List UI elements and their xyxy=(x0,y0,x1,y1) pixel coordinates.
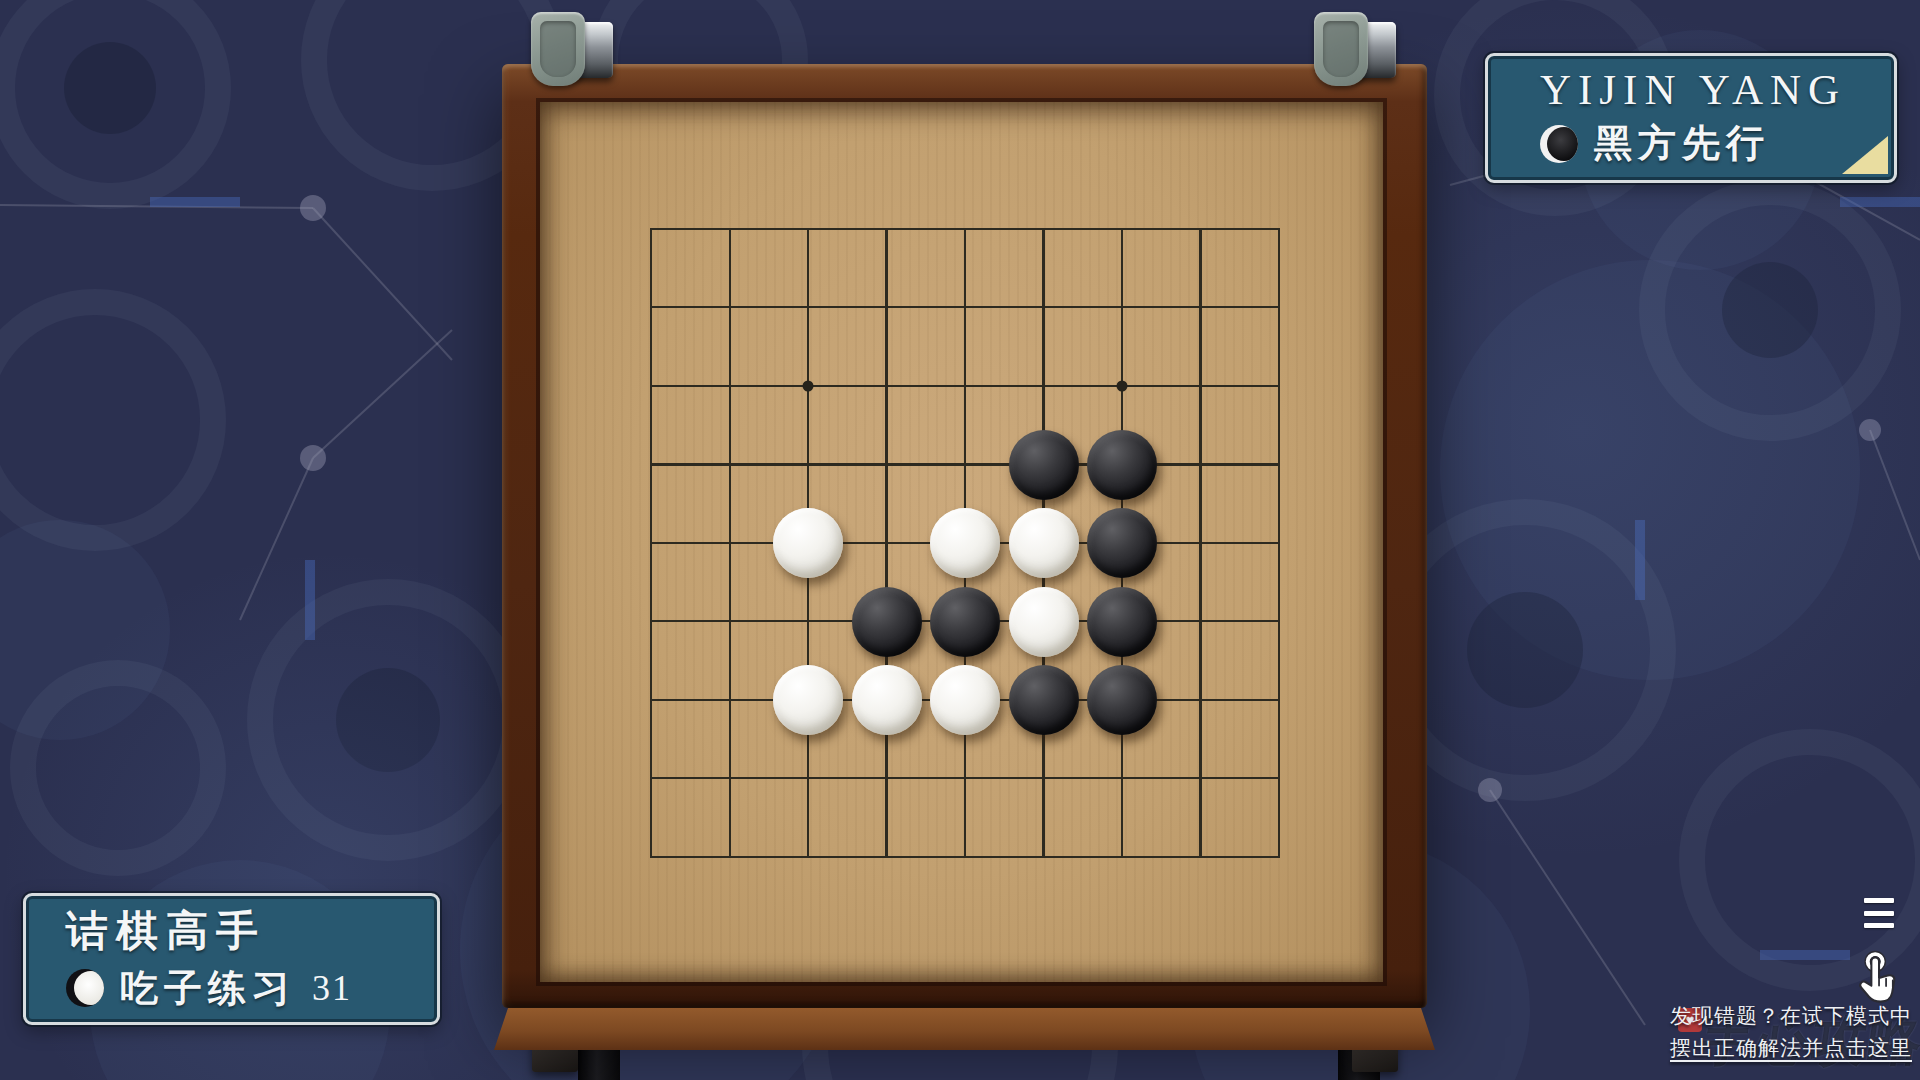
clip-flap xyxy=(1314,12,1368,86)
white-stone xyxy=(773,665,843,735)
black-stone xyxy=(1087,587,1157,657)
black-stone xyxy=(930,587,1000,657)
hamburger-icon xyxy=(1864,923,1894,928)
puzzle-panel: 诘棋高手 吃子练习 31 xyxy=(23,893,440,1025)
clip-flap-groove xyxy=(540,21,576,77)
white-stone xyxy=(930,665,1000,735)
star-point xyxy=(803,381,814,392)
white-stone xyxy=(773,508,843,578)
metal-clip-right xyxy=(1314,8,1398,88)
black-stone xyxy=(1087,508,1157,578)
black-stone xyxy=(1087,430,1157,500)
clip-flap-groove xyxy=(1323,21,1359,77)
black-stone-icon xyxy=(1540,125,1578,163)
player-panel: YIJIN YANG 黑方先行 xyxy=(1485,53,1897,183)
goban-grid[interactable] xyxy=(650,228,1280,858)
player-name: YIJIN YANG xyxy=(1540,65,1874,114)
white-stone xyxy=(1009,587,1079,657)
menu-button[interactable] xyxy=(1860,896,1898,930)
footer-hint-link[interactable]: 摆出正确解法并点击这里 xyxy=(1670,1032,1912,1064)
exercise-label: 吃子练习 xyxy=(120,963,296,1014)
hamburger-icon xyxy=(1864,898,1894,903)
white-stone-icon xyxy=(66,969,104,1007)
white-stone xyxy=(852,665,922,735)
black-stone xyxy=(1009,430,1079,500)
white-stone xyxy=(1009,508,1079,578)
black-stone xyxy=(1087,665,1157,735)
app-stage: YIJIN YANG 黑方先行 诘棋高手 吃子练习 31 手心攻略 ♥ 发现错题… xyxy=(0,0,1920,1080)
metal-clip-left xyxy=(531,8,615,88)
board-frame-bottom xyxy=(494,1008,1435,1050)
footer-hint: 发现错题？在试下模式中 摆出正确解法并点击这里 xyxy=(1670,1000,1912,1064)
turn-label: 黑方先行 xyxy=(1594,118,1770,169)
star-point xyxy=(1117,381,1128,392)
hamburger-icon xyxy=(1864,911,1894,916)
black-stone xyxy=(852,587,922,657)
white-stone xyxy=(930,508,1000,578)
black-stone xyxy=(1009,665,1079,735)
puzzle-title: 诘棋高手 xyxy=(66,903,417,959)
exercise-number: 31 xyxy=(312,967,352,1009)
clip-flap xyxy=(531,12,585,86)
footer-hint-line1: 发现错题？在试下模式中 xyxy=(1670,1000,1912,1032)
